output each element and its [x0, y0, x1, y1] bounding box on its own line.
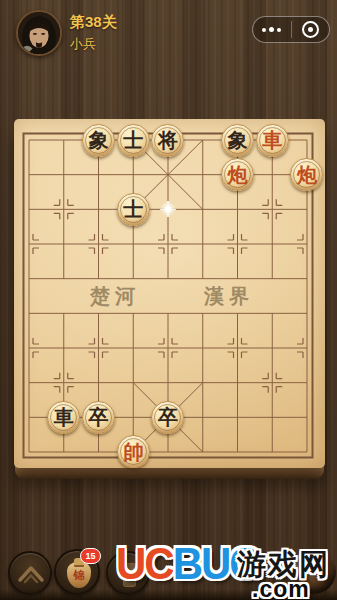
piece-red[interactable]: 車	[256, 124, 289, 157]
scroll-tablet-icon	[123, 563, 136, 587]
piece-black[interactable]: 士	[117, 124, 150, 157]
money-bag-icon: 锦	[67, 562, 91, 588]
more-dots-icon	[262, 27, 281, 32]
piece-black[interactable]: 将	[151, 124, 184, 157]
piece-red[interactable]: 帥	[117, 435, 150, 468]
dark-orb-button[interactable]	[291, 549, 336, 594]
piece-black[interactable]: 卒	[151, 401, 184, 434]
close-minimize-button[interactable]	[292, 17, 330, 42]
player-name: 小兵	[70, 35, 96, 53]
piece-black[interactable]: 象	[82, 124, 115, 157]
piece-black[interactable]: 卒	[82, 401, 115, 434]
piece-grid: 象士将象車炮炮士車卒卒帥	[12, 123, 325, 470]
record-target-icon	[302, 21, 319, 38]
piece-black[interactable]: 象	[221, 124, 254, 157]
level-label: 第38关	[70, 13, 117, 32]
xiangqi-board[interactable]: 楚河 漢界 象士将象車炮炮士車卒卒帥	[14, 119, 325, 468]
piece-black[interactable]: 車	[47, 401, 80, 434]
piece-black[interactable]: 士	[117, 193, 150, 226]
bag-label: 锦	[74, 568, 85, 583]
bottom-shadow	[0, 589, 337, 600]
wechat-capsule	[252, 16, 330, 43]
piece-red[interactable]: 炮	[221, 158, 254, 191]
more-button[interactable]	[253, 17, 291, 42]
warrior-portrait	[18, 12, 60, 54]
piece-red[interactable]: 炮	[290, 158, 323, 191]
bag-count-badge: 15	[80, 548, 101, 564]
player-avatar[interactable]	[16, 10, 62, 56]
